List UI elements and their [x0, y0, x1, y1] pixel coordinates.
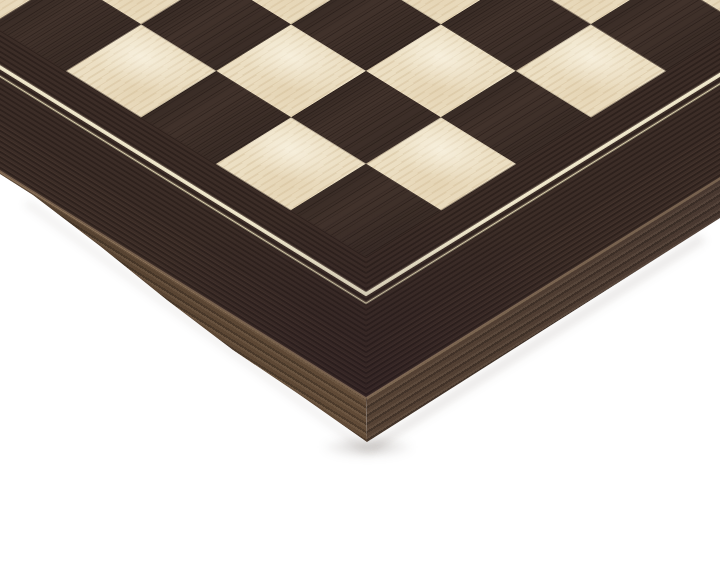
board-shadow-corner: [320, 436, 415, 458]
board-field: [0, 0, 720, 257]
chessboard-product-photo: [0, 0, 720, 576]
chess-board-top-face: [0, 0, 720, 398]
